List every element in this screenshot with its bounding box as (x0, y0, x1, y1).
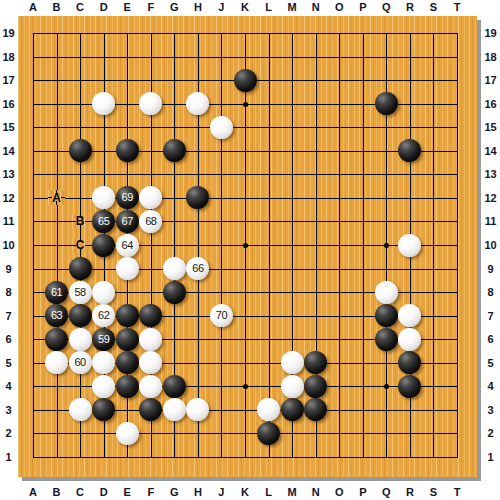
white-stone: 70 (210, 304, 233, 327)
white-stone (186, 92, 209, 115)
move-number: 58 (74, 287, 85, 298)
white-stone (92, 92, 115, 115)
coord-label-row: 16 (0, 97, 17, 111)
coord-label-row: 18 (481, 50, 500, 64)
coord-label-row: 10 (481, 238, 500, 252)
coord-label-row: 17 (0, 73, 17, 87)
point-label-c: C (72, 238, 89, 253)
grid-line-vertical (433, 33, 434, 458)
coord-label-row: 5 (481, 356, 500, 370)
coord-label-row: 8 (481, 285, 500, 299)
coord-label-column: D (96, 484, 112, 500)
coord-label-column: M (284, 484, 300, 500)
black-stone (116, 304, 139, 327)
coord-label-row: 7 (0, 309, 17, 323)
coord-label-column: K (237, 0, 253, 15)
coord-label-row: 1 (0, 450, 17, 464)
white-stone (398, 304, 421, 327)
coord-label-column: A (25, 484, 41, 500)
point-label-b: B (72, 214, 89, 229)
white-stone (398, 234, 421, 257)
grid-line-horizontal (33, 433, 458, 434)
move-number: 69 (122, 192, 133, 203)
black-stone (116, 139, 139, 162)
white-stone: 68 (139, 210, 162, 233)
coord-label-row: 12 (0, 191, 17, 205)
star-point (243, 102, 248, 107)
go-board-surface[interactable]: 69656761635968646658627060ABC (18, 16, 477, 477)
black-stone (163, 281, 186, 304)
coord-label-column: H (190, 0, 206, 15)
black-stone (163, 375, 186, 398)
white-stone (116, 422, 139, 445)
coord-label-column: F (143, 484, 159, 500)
move-number: 62 (98, 310, 109, 321)
white-stone (69, 328, 92, 351)
white-stone (186, 398, 209, 421)
coord-label-row: 10 (0, 238, 17, 252)
coord-label-column: P (355, 484, 371, 500)
white-stone (139, 375, 162, 398)
coord-label-row: 11 (0, 214, 17, 228)
coord-label-row: 13 (0, 167, 17, 181)
coord-label-row: 18 (0, 50, 17, 64)
coord-label-row: 6 (481, 332, 500, 346)
coord-label-row: 9 (0, 262, 17, 276)
black-stone (45, 328, 68, 351)
star-point (243, 384, 248, 389)
white-stone (92, 186, 115, 209)
black-stone (281, 398, 304, 421)
black-stone: 61 (45, 281, 68, 304)
star-point (384, 243, 389, 248)
coord-label-column: C (72, 0, 88, 15)
coord-label-column: E (119, 484, 135, 500)
black-stone (139, 398, 162, 421)
white-stone (92, 351, 115, 374)
coord-label-column: J (213, 0, 229, 15)
coord-label-row: 2 (0, 426, 17, 440)
coord-label-column: R (402, 0, 418, 15)
star-point (384, 384, 389, 389)
black-stone (69, 304, 92, 327)
coord-label-row: 6 (0, 332, 17, 346)
coord-label-row: 14 (0, 144, 17, 158)
black-stone (163, 139, 186, 162)
coord-label-column: E (119, 0, 135, 15)
black-stone: 65 (92, 210, 115, 233)
coord-label-column: G (166, 0, 182, 15)
black-stone (304, 375, 327, 398)
black-stone (69, 257, 92, 280)
coord-label-column: J (213, 484, 229, 500)
coord-label-row: 11 (481, 214, 500, 228)
black-stone (92, 234, 115, 257)
coord-label-column: H (190, 484, 206, 500)
coord-label-row: 1 (481, 450, 500, 464)
white-stone (92, 375, 115, 398)
black-stone (92, 398, 115, 421)
black-stone (375, 328, 398, 351)
grid-line-vertical (363, 33, 364, 458)
white-stone (139, 92, 162, 115)
coord-label-row: 19 (0, 26, 17, 40)
point-label-a: A (48, 190, 65, 205)
move-number: 65 (98, 216, 109, 227)
coord-label-column: F (143, 0, 159, 15)
black-stone (375, 304, 398, 327)
coord-label-row: 9 (481, 262, 500, 276)
white-stone: 58 (69, 281, 92, 304)
move-number: 67 (122, 216, 133, 227)
white-stone: 66 (186, 257, 209, 280)
white-stone (375, 281, 398, 304)
move-number: 68 (145, 216, 156, 227)
black-stone (304, 398, 327, 421)
coord-label-row: 19 (481, 26, 500, 40)
grid-line-vertical (269, 33, 270, 458)
black-stone (398, 375, 421, 398)
coord-label-row: 17 (481, 73, 500, 87)
move-number: 60 (74, 357, 85, 368)
coord-label-column: Q (378, 0, 394, 15)
grid-line-horizontal (33, 269, 458, 270)
black-stone (257, 422, 280, 445)
coord-label-column: O (331, 0, 347, 15)
white-stone (92, 281, 115, 304)
grid-line-vertical (339, 33, 340, 458)
star-point (243, 243, 248, 248)
white-stone (69, 398, 92, 421)
black-stone (116, 375, 139, 398)
coord-label-row: 16 (481, 97, 500, 111)
coord-label-column: P (355, 0, 371, 15)
coord-label-row: 12 (481, 191, 500, 205)
coord-label-column: K (237, 484, 253, 500)
black-stone (398, 139, 421, 162)
black-stone: 69 (116, 186, 139, 209)
coord-label-row: 8 (0, 285, 17, 299)
white-stone (398, 328, 421, 351)
coord-label-column: Q (378, 484, 394, 500)
white-stone (281, 375, 304, 398)
black-stone (139, 304, 162, 327)
coord-label-row: 15 (481, 120, 500, 134)
black-stone (234, 69, 257, 92)
white-stone (210, 116, 233, 139)
white-stone (139, 328, 162, 351)
coord-label-column: C (72, 484, 88, 500)
coord-label-row: 5 (0, 356, 17, 370)
move-number: 66 (192, 263, 203, 274)
coord-label-column: D (96, 0, 112, 15)
coord-label-column: B (49, 484, 65, 500)
coord-label-column: A (25, 0, 41, 15)
move-number: 63 (51, 310, 62, 321)
white-stone (281, 351, 304, 374)
coord-label-row: 4 (481, 379, 500, 393)
coord-label-column: T (449, 484, 465, 500)
black-stone (398, 351, 421, 374)
coord-label-column: N (308, 484, 324, 500)
black-stone: 59 (92, 328, 115, 351)
black-stone (186, 186, 209, 209)
white-stone (139, 351, 162, 374)
coord-label-row: 7 (481, 309, 500, 323)
white-stone (45, 351, 68, 374)
go-board-diagram: ABCDEFGHJKLMNOPQRST ABCDEFGHJKLMNOPQRST … (0, 0, 500, 500)
coord-label-column: S (425, 0, 441, 15)
move-number: 61 (51, 287, 62, 298)
coord-label-column: B (49, 0, 65, 15)
coord-label-column: G (166, 484, 182, 500)
white-stone (139, 186, 162, 209)
grid-line-vertical (457, 33, 458, 458)
coord-label-column: R (402, 484, 418, 500)
coord-label-row: 2 (481, 426, 500, 440)
white-stone (116, 257, 139, 280)
white-stone: 62 (92, 304, 115, 327)
black-stone (116, 328, 139, 351)
move-number: 59 (98, 334, 109, 345)
coord-label-column: N (308, 0, 324, 15)
white-stone (257, 398, 280, 421)
move-number: 70 (216, 310, 227, 321)
coord-label-row: 3 (0, 403, 17, 417)
coord-label-row: 13 (481, 167, 500, 181)
coord-label-column: T (449, 0, 465, 15)
grid-line-horizontal (33, 457, 458, 458)
white-stone (163, 398, 186, 421)
coord-label-column: S (425, 484, 441, 500)
coord-label-column: L (261, 484, 277, 500)
black-stone (304, 351, 327, 374)
coord-label-column: M (284, 0, 300, 15)
black-stone: 63 (45, 304, 68, 327)
white-stone: 64 (116, 234, 139, 257)
black-stone: 67 (116, 210, 139, 233)
white-stone: 60 (69, 351, 92, 374)
coord-label-column: L (261, 0, 277, 15)
black-stone (116, 351, 139, 374)
move-number: 64 (122, 240, 133, 251)
coord-label-column: O (331, 484, 347, 500)
coord-label-row: 3 (481, 403, 500, 417)
coord-label-row: 14 (481, 144, 500, 158)
coord-label-row: 4 (0, 379, 17, 393)
white-stone (163, 257, 186, 280)
black-stone (69, 139, 92, 162)
black-stone (375, 92, 398, 115)
coord-label-row: 15 (0, 120, 17, 134)
